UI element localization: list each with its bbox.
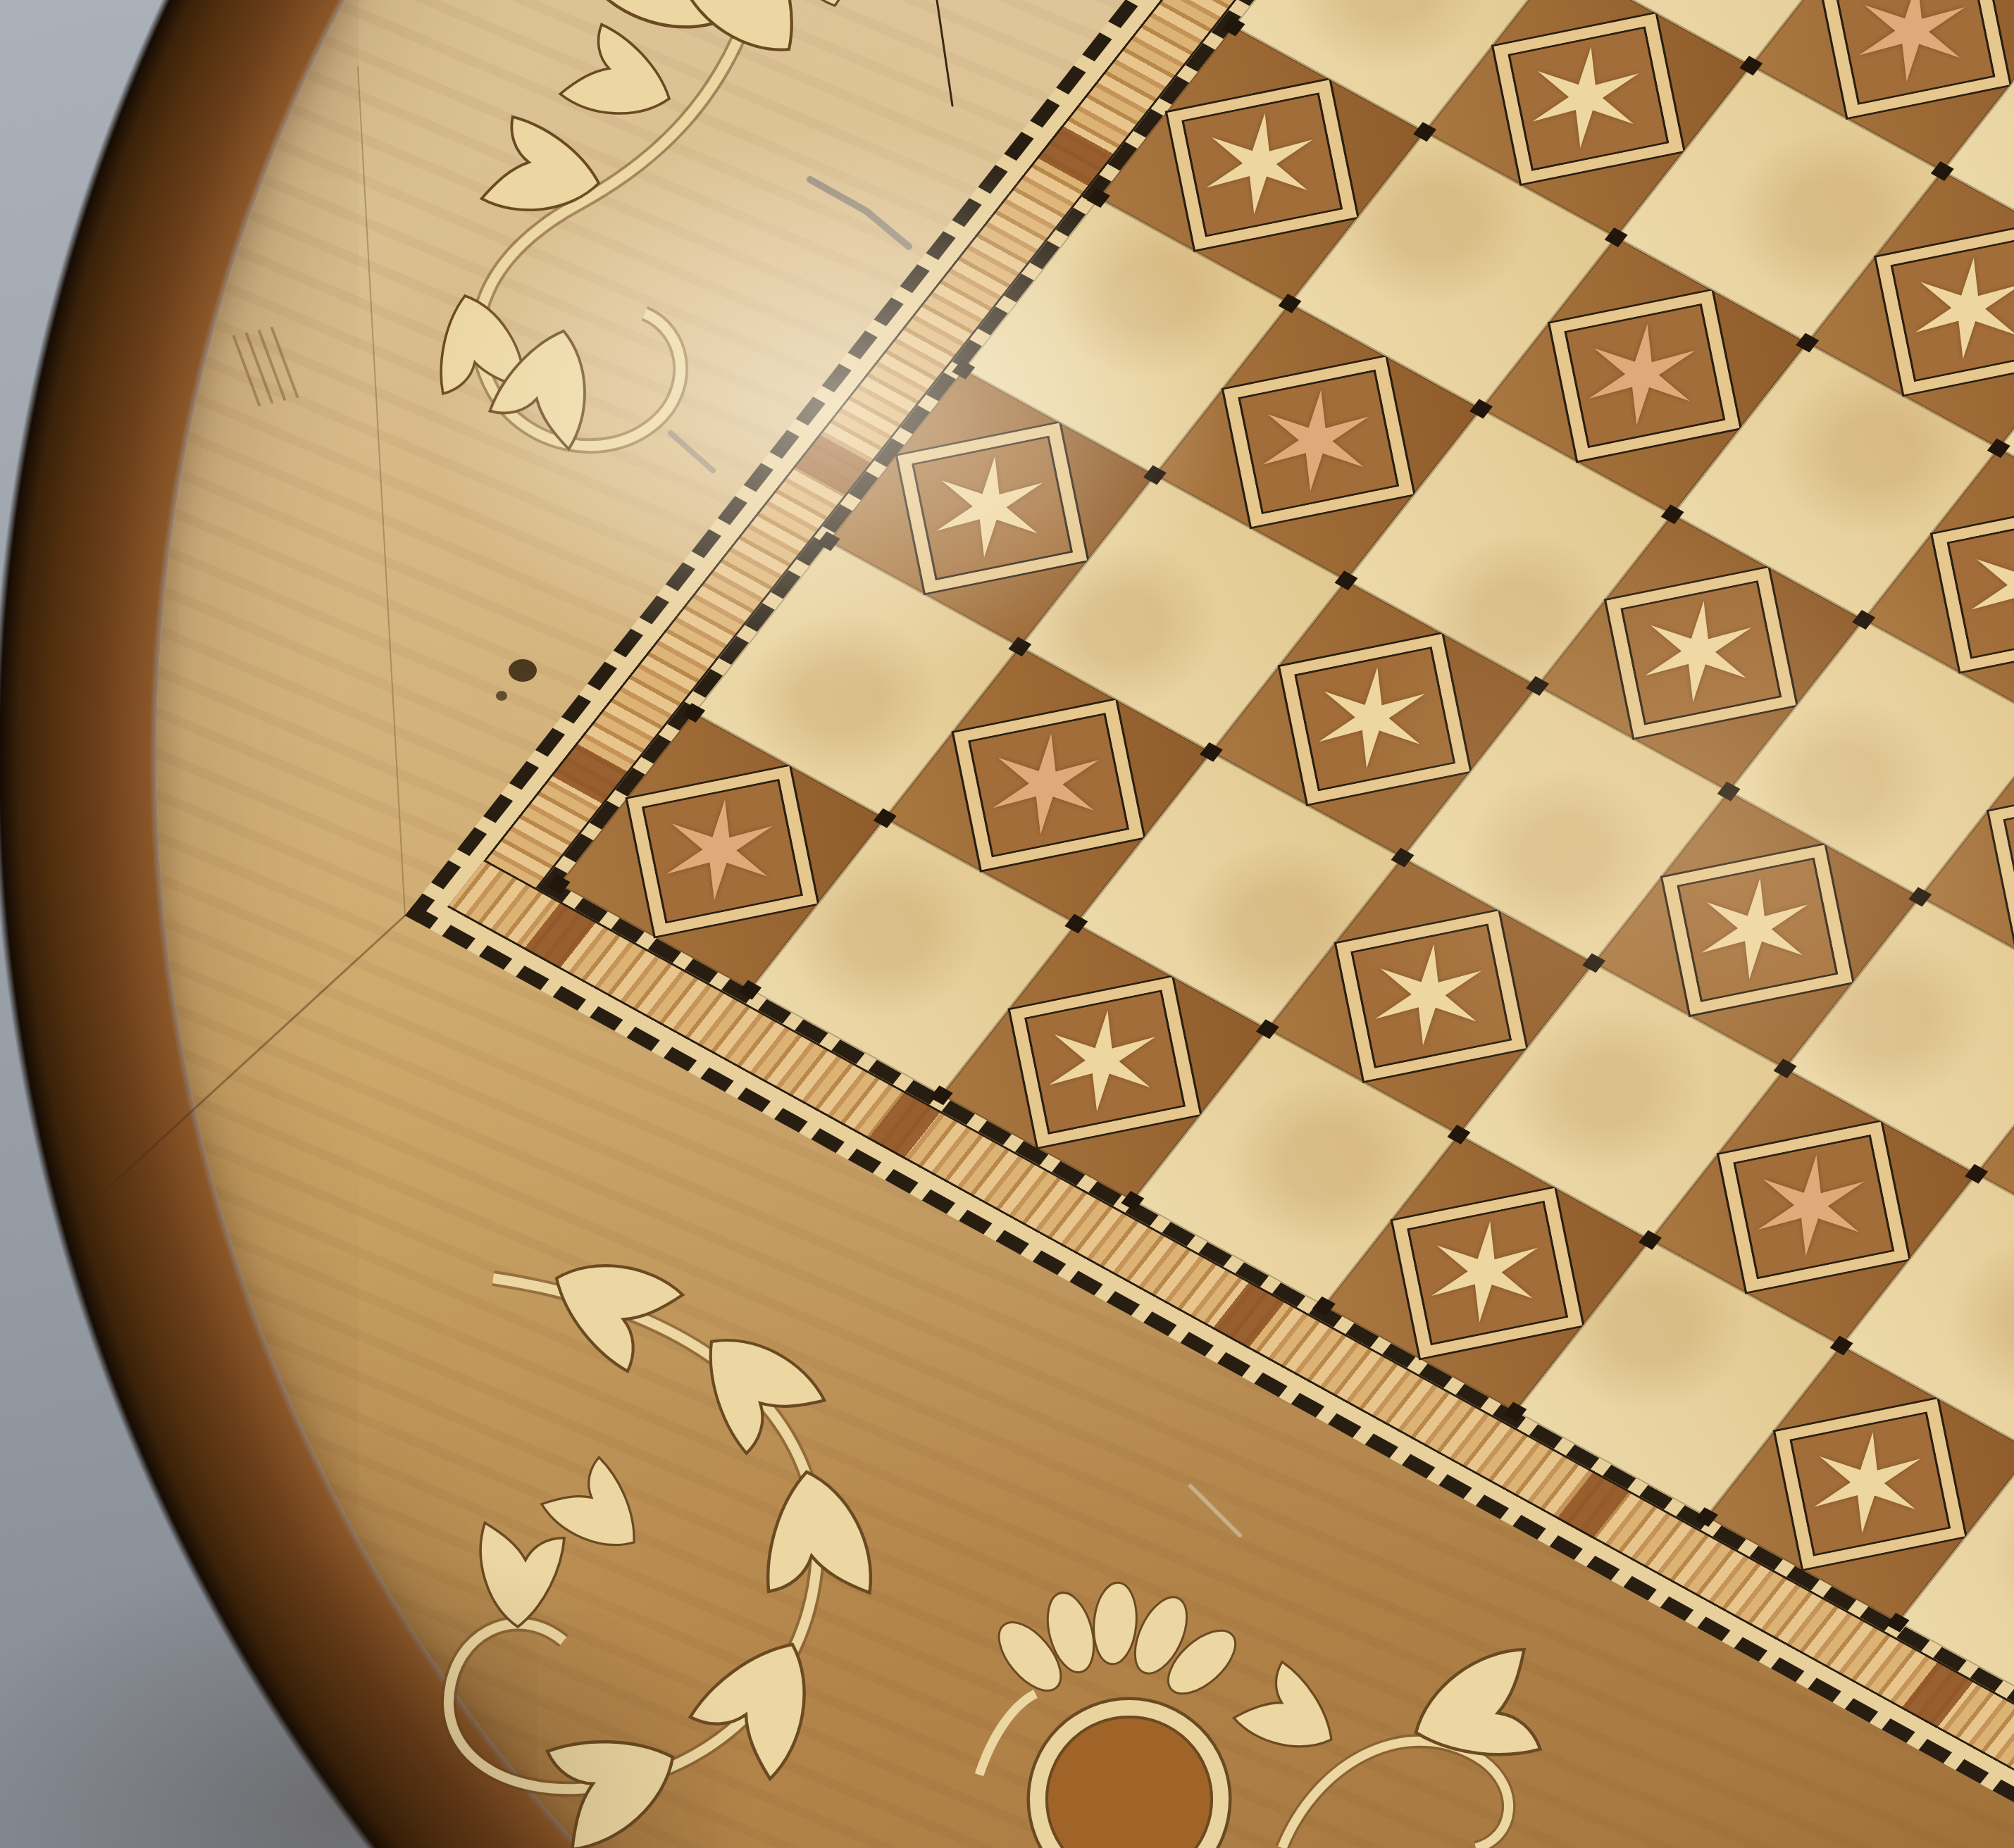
trefoil-petals	[988, 1581, 1246, 1705]
photo-canvas: { "game": "chess", "position": { "fen": …	[0, 0, 2014, 1848]
medallion	[1028, 1699, 1230, 1848]
marquetry-scroll-lower-left	[449, 1244, 878, 1848]
marquetry-medallion-cluster	[979, 1581, 1565, 1848]
marquetry-scroll-top-left	[414, 0, 881, 451]
